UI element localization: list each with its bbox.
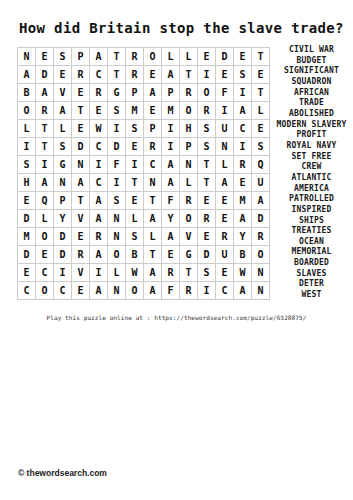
grid-cell[interactable]: N <box>144 174 162 192</box>
grid-cell[interactable]: I <box>198 282 216 300</box>
grid-cell[interactable]: S <box>234 66 252 84</box>
grid-cell[interactable]: V <box>54 84 72 102</box>
word-list-item: ATLANTIC <box>270 173 353 184</box>
grid-cell[interactable]: A <box>90 246 108 264</box>
grid-cell[interactable]: A <box>144 84 162 102</box>
grid-cell[interactable]: E <box>216 264 234 282</box>
grid-cell[interactable]: A <box>90 48 108 66</box>
grid-cell[interactable]: D <box>18 210 36 228</box>
grid-cell[interactable]: L <box>216 156 234 174</box>
grid-cell[interactable]: C <box>90 138 108 156</box>
grid-cell[interactable]: Y <box>162 210 180 228</box>
word-list-item: DETER <box>270 279 353 290</box>
grid-cell[interactable]: S <box>198 120 216 138</box>
grid-cell[interactable]: C <box>234 120 252 138</box>
grid-cell[interactable]: T <box>198 174 216 192</box>
grid-cell[interactable]: N <box>72 156 90 174</box>
grid-cell[interactable]: A <box>162 156 180 174</box>
grid-cell[interactable]: N <box>252 282 270 300</box>
grid-cell[interactable]: V <box>180 228 198 246</box>
grid-cell[interactable]: R <box>126 66 144 84</box>
grid-cell[interactable]: U <box>216 120 234 138</box>
grid-cell[interactable]: S <box>198 264 216 282</box>
grid-cell[interactable]: Y <box>234 228 252 246</box>
word-list-item: TRADE <box>270 98 353 109</box>
word-list-item: INSPIRED <box>270 205 353 216</box>
grid-cell[interactable]: O <box>18 102 36 120</box>
grid-cell[interactable]: L <box>54 120 72 138</box>
grid-cell[interactable]: A <box>90 192 108 210</box>
grid-cell[interactable]: A <box>36 84 54 102</box>
grid-cell[interactable]: A <box>162 228 180 246</box>
grid-cell[interactable]: D <box>36 66 54 84</box>
grid-cell[interactable]: O <box>198 84 216 102</box>
grid-cell[interactable]: L <box>36 210 54 228</box>
grid-cell[interactable]: R <box>180 282 198 300</box>
grid-cell[interactable]: N <box>18 48 36 66</box>
grid-cell[interactable]: D <box>216 48 234 66</box>
grid-cell[interactable]: T <box>36 138 54 156</box>
grid-cell[interactable]: A <box>72 174 90 192</box>
grid-cell[interactable]: T <box>126 174 144 192</box>
grid-cell[interactable]: E <box>72 84 90 102</box>
word-list-item: BUDGET <box>270 56 353 67</box>
grid-cell[interactable]: F <box>162 192 180 210</box>
grid-cell[interactable]: E <box>36 48 54 66</box>
grid-cell[interactable]: M <box>18 228 36 246</box>
grid-cell[interactable]: E <box>126 138 144 156</box>
grid-cell[interactable]: V <box>72 264 90 282</box>
grid-cell[interactable]: E <box>36 246 54 264</box>
word-list: CIVIL WARBUDGETSIGNIFICANTSQUADRONAFRICA… <box>270 45 353 301</box>
grid-cell[interactable]: I <box>234 84 252 102</box>
grid-cell[interactable]: C <box>36 264 54 282</box>
grid-cell[interactable]: A <box>18 66 36 84</box>
grid-cell[interactable]: A <box>234 102 252 120</box>
grid-cell[interactable]: D <box>198 246 216 264</box>
grid-cell[interactable]: A <box>252 192 270 210</box>
grid-cell[interactable]: A <box>90 210 108 228</box>
grid-cell[interactable]: O <box>126 282 144 300</box>
grid-cell[interactable]: T <box>180 264 198 282</box>
play-online-note: Play this puzzle online at : https://the… <box>0 314 353 321</box>
grid-cell[interactable]: E <box>72 228 90 246</box>
grid-cell[interactable]: R <box>36 102 54 120</box>
grid-cell[interactable]: D <box>54 246 72 264</box>
grid-cell[interactable]: R <box>90 228 108 246</box>
grid-cell[interactable]: C <box>54 282 72 300</box>
grid-cell[interactable]: D <box>72 138 90 156</box>
grid-cell[interactable]: C <box>144 156 162 174</box>
grid-cell[interactable]: N <box>216 138 234 156</box>
word-list-item: SHIPS <box>270 216 353 227</box>
grid-cell[interactable]: R <box>90 84 108 102</box>
grid-cell[interactable]: O <box>252 246 270 264</box>
grid-cell[interactable]: D <box>54 228 72 246</box>
grid-cell[interactable]: F <box>108 156 126 174</box>
grid-cell[interactable]: C <box>90 174 108 192</box>
grid-cell[interactable]: T <box>72 102 90 120</box>
grid-cell[interactable]: A <box>90 282 108 300</box>
page-title: How did Britain stop the slave trade? <box>19 20 344 36</box>
grid-cell[interactable]: D <box>252 210 270 228</box>
word-list-item: BOARDED <box>270 258 353 269</box>
grid-cell[interactable]: S <box>126 120 144 138</box>
grid-cell[interactable]: L <box>108 264 126 282</box>
grid-cell[interactable]: E <box>234 48 252 66</box>
grid-cell[interactable]: A <box>36 174 54 192</box>
grid-cell[interactable]: E <box>216 210 234 228</box>
grid-cell[interactable]: M <box>126 102 144 120</box>
grid-cell[interactable]: E <box>144 66 162 84</box>
grid-cell[interactable]: N <box>180 156 198 174</box>
word-search-grid: NESPATROLLEDETADERCTREATIESEBAVERGPAPROF… <box>17 47 270 300</box>
grid-cell[interactable]: Y <box>54 210 72 228</box>
grid-cell[interactable]: E <box>54 66 72 84</box>
grid-cell[interactable]: A <box>54 102 72 120</box>
grid-cell[interactable]: L <box>162 48 180 66</box>
word-list-item: CREW <box>270 162 353 173</box>
word-list-item: CIVIL WAR <box>270 45 353 56</box>
grid-cell[interactable]: R <box>144 138 162 156</box>
word-list-item: TREATIES <box>270 226 353 237</box>
grid-cell[interactable]: T <box>36 120 54 138</box>
grid-cell[interactable]: O <box>144 48 162 66</box>
grid-cell[interactable]: N <box>252 264 270 282</box>
grid-cell[interactable]: E <box>162 246 180 264</box>
grid-cell[interactable]: E <box>18 192 36 210</box>
grid-cell[interactable]: E <box>216 192 234 210</box>
grid-cell[interactable]: M <box>162 102 180 120</box>
word-list-item: MEMORIAL <box>270 247 353 258</box>
grid-cell[interactable]: E <box>198 228 216 246</box>
grid-cell[interactable]: R <box>198 210 216 228</box>
grid-cell[interactable]: P <box>180 138 198 156</box>
word-list-item: SET FREE <box>270 152 353 163</box>
grid-cell[interactable]: S <box>54 138 72 156</box>
grid-cell[interactable]: R <box>72 66 90 84</box>
grid-cell[interactable]: E <box>252 120 270 138</box>
grid-cell[interactable]: R <box>216 228 234 246</box>
grid-cell[interactable]: Q <box>252 156 270 174</box>
word-list-item: MODERN SLAVERY <box>270 120 353 131</box>
grid-cell[interactable]: I <box>162 138 180 156</box>
grid-cell[interactable]: G <box>108 84 126 102</box>
grid-cell[interactable]: V <box>72 210 90 228</box>
grid-cell[interactable]: A <box>144 264 162 282</box>
word-list-item: SLAVES <box>270 269 353 280</box>
grid-cell[interactable]: R <box>180 192 198 210</box>
grid-cell[interactable]: E <box>126 192 144 210</box>
grid-cell[interactable]: E <box>144 102 162 120</box>
word-list-item: AFRICAN <box>270 88 353 99</box>
grid-cell[interactable]: I <box>90 156 108 174</box>
grid-cell[interactable]: T <box>144 246 162 264</box>
word-list-item: WEST <box>270 290 353 301</box>
grid-cell[interactable]: I <box>36 156 54 174</box>
grid-cell[interactable]: E <box>198 48 216 66</box>
grid-cell[interactable]: W <box>234 264 252 282</box>
grid-cell[interactable]: R <box>126 48 144 66</box>
grid-cell[interactable]: E <box>234 174 252 192</box>
word-list-item: SIGNIFICANT <box>270 66 353 77</box>
grid-cell[interactable]: S <box>18 156 36 174</box>
word-list-item: PROFIT <box>270 130 353 141</box>
word-list-item: SQUADRON <box>270 77 353 88</box>
grid-cell[interactable]: I <box>18 138 36 156</box>
grid-cell[interactable]: O <box>180 210 198 228</box>
grid-cell[interactable]: P <box>126 84 144 102</box>
grid-cell[interactable]: N <box>108 282 126 300</box>
grid-cell[interactable]: T <box>108 48 126 66</box>
grid-cell[interactable]: L <box>144 228 162 246</box>
grid-cell[interactable]: P <box>162 84 180 102</box>
grid-cell[interactable]: H <box>18 174 36 192</box>
grid-cell[interactable]: B <box>18 84 36 102</box>
word-list-item: PATROLLED <box>270 194 353 205</box>
grid-cell[interactable]: W <box>126 264 144 282</box>
grid-cell[interactable]: S <box>126 228 144 246</box>
grid-cell[interactable]: E <box>72 120 90 138</box>
grid-cell[interactable]: G <box>54 156 72 174</box>
word-list-item: ROYAL NAVY <box>270 141 353 152</box>
grid-cell[interactable]: T <box>72 192 90 210</box>
grid-cell[interactable]: L <box>180 174 198 192</box>
grid-cell[interactable]: E <box>90 102 108 120</box>
grid-cell[interactable]: Q <box>36 192 54 210</box>
grid-cell[interactable]: R <box>198 102 216 120</box>
grid-cell[interactable]: B <box>234 246 252 264</box>
grid-cell[interactable]: T <box>108 66 126 84</box>
grid-cell[interactable]: I <box>108 120 126 138</box>
grid-cell[interactable]: I <box>126 156 144 174</box>
grid-cell[interactable]: P <box>144 120 162 138</box>
grid-cell[interactable]: E <box>72 282 90 300</box>
grid-cell[interactable]: I <box>90 264 108 282</box>
grid-cell[interactable]: A <box>216 174 234 192</box>
copyright-notice: © thewordsearch.com <box>18 468 107 478</box>
grid-cell[interactable]: R <box>234 156 252 174</box>
grid-cell[interactable]: L <box>180 48 198 66</box>
grid-cell[interactable]: T <box>252 84 270 102</box>
grid-cell[interactable]: L <box>252 102 270 120</box>
grid-cell[interactable]: E <box>252 66 270 84</box>
grid-cell[interactable]: L <box>126 210 144 228</box>
grid-cell[interactable]: T <box>252 48 270 66</box>
grid-cell[interactable]: C <box>90 66 108 84</box>
grid-cell[interactable]: I <box>162 120 180 138</box>
grid-cell[interactable]: E <box>216 66 234 84</box>
grid-cell[interactable]: N <box>108 228 126 246</box>
grid-cell[interactable]: B <box>126 246 144 264</box>
grid-cell[interactable]: F <box>162 282 180 300</box>
grid-cell[interactable]: A <box>144 210 162 228</box>
grid-cell[interactable]: U <box>252 174 270 192</box>
grid-cell[interactable]: N <box>108 210 126 228</box>
grid-cell[interactable]: R <box>252 228 270 246</box>
grid-cell[interactable]: I <box>54 264 72 282</box>
grid-cell[interactable]: I <box>234 138 252 156</box>
grid-cell[interactable]: H <box>180 120 198 138</box>
grid-cell[interactable]: T <box>198 156 216 174</box>
grid-cell[interactable]: O <box>36 228 54 246</box>
grid-cell[interactable]: C <box>18 282 36 300</box>
grid-cell[interactable]: E <box>198 192 216 210</box>
grid-cell[interactable]: R <box>72 246 90 264</box>
grid-cell[interactable]: A <box>234 210 252 228</box>
word-list-item: OCEAN <box>270 237 353 248</box>
grid-cell[interactable]: P <box>72 48 90 66</box>
grid-cell[interactable]: O <box>36 282 54 300</box>
word-list-item: AMERICA <box>270 184 353 195</box>
grid-cell[interactable]: W <box>90 120 108 138</box>
grid-cell[interactable]: S <box>252 138 270 156</box>
grid-cell[interactable]: M <box>234 192 252 210</box>
grid-cell[interactable]: I <box>198 66 216 84</box>
grid-cell[interactable]: R <box>180 84 198 102</box>
grid-cell[interactable]: D <box>108 138 126 156</box>
grid-cell[interactable]: N <box>54 174 72 192</box>
grid-cell[interactable]: O <box>180 102 198 120</box>
grid-cell[interactable]: E <box>18 264 36 282</box>
grid-cell[interactable]: A <box>234 282 252 300</box>
grid-cell[interactable]: A <box>144 282 162 300</box>
grid-cell[interactable]: R <box>162 264 180 282</box>
grid-cell[interactable]: F <box>216 84 234 102</box>
grid-cell[interactable]: S <box>54 48 72 66</box>
grid-cell[interactable]: I <box>108 174 126 192</box>
grid-cell[interactable]: C <box>216 282 234 300</box>
grid-cell[interactable]: D <box>18 246 36 264</box>
grid-cell[interactable]: T <box>144 192 162 210</box>
grid-cell[interactable]: S <box>198 138 216 156</box>
grid-cell[interactable]: U <box>216 246 234 264</box>
grid-cell[interactable]: O <box>108 246 126 264</box>
word-list-item: ABOLISHED <box>270 109 353 120</box>
grid-cell[interactable]: G <box>180 246 198 264</box>
grid-cell[interactable]: I <box>216 102 234 120</box>
grid-cell[interactable]: S <box>108 192 126 210</box>
grid-cell[interactable]: L <box>18 120 36 138</box>
grid-cell[interactable]: T <box>180 66 198 84</box>
grid-cell[interactable]: S <box>108 102 126 120</box>
grid-cell[interactable]: A <box>162 174 180 192</box>
grid-cell[interactable]: P <box>54 192 72 210</box>
grid-cell[interactable]: A <box>162 66 180 84</box>
